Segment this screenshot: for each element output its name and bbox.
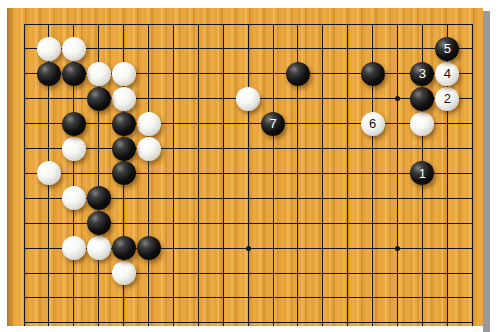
- grid-vline: [472, 24, 473, 326]
- move-number-label: 3: [419, 67, 426, 80]
- stone-white[interactable]: [62, 186, 86, 210]
- move-number-label: 5: [444, 42, 451, 55]
- grid-vline: [397, 24, 398, 326]
- stone-black[interactable]: [87, 211, 111, 235]
- stone-black-move-5[interactable]: 5: [435, 37, 459, 61]
- stone-white[interactable]: [410, 112, 434, 136]
- grid-hline: [24, 24, 473, 25]
- stone-white[interactable]: [62, 37, 86, 61]
- stone-black-move-3[interactable]: 3: [410, 62, 434, 86]
- stone-white[interactable]: [87, 236, 111, 260]
- grid-vline: [173, 24, 174, 326]
- stone-black[interactable]: [286, 62, 310, 86]
- stone-white[interactable]: [62, 137, 86, 161]
- screenshot-root: 1234567: [0, 0, 500, 332]
- stone-white[interactable]: [112, 261, 136, 285]
- move-number-label: 4: [444, 67, 451, 80]
- grid-hline: [24, 297, 473, 298]
- move-number-label: 6: [369, 117, 376, 130]
- grid-hline: [24, 48, 473, 49]
- stone-white[interactable]: [62, 236, 86, 260]
- grid-vline: [248, 24, 249, 326]
- stone-white-move-2[interactable]: 2: [435, 87, 459, 111]
- grid-vline: [148, 24, 149, 326]
- stone-white[interactable]: [236, 87, 260, 111]
- grid-hline: [24, 273, 473, 274]
- grid-vline: [322, 24, 323, 326]
- grid-hline: [24, 148, 473, 149]
- stone-white[interactable]: [137, 137, 161, 161]
- move-number-label: 7: [269, 117, 276, 130]
- stone-white[interactable]: [87, 62, 111, 86]
- grid-vline: [198, 24, 199, 326]
- grid-vline: [24, 24, 25, 326]
- stone-black[interactable]: [62, 112, 86, 136]
- grid-hline: [24, 322, 473, 323]
- stone-white[interactable]: [112, 62, 136, 86]
- stone-white[interactable]: [137, 112, 161, 136]
- stone-black[interactable]: [112, 112, 136, 136]
- star-point: [395, 96, 400, 101]
- stone-black[interactable]: [62, 62, 86, 86]
- stone-black-move-1[interactable]: 1: [410, 161, 434, 185]
- stone-white[interactable]: [37, 161, 61, 185]
- stone-black[interactable]: [112, 161, 136, 185]
- grid-vline: [347, 24, 348, 326]
- grid-vline: [273, 24, 274, 326]
- stone-black[interactable]: [137, 236, 161, 260]
- stone-black-move-7[interactable]: 7: [261, 112, 285, 136]
- star-point: [395, 246, 400, 251]
- move-number-label: 2: [444, 92, 451, 105]
- stone-white-move-6[interactable]: 6: [361, 112, 385, 136]
- star-point: [246, 246, 251, 251]
- move-number-label: 1: [419, 167, 426, 180]
- stone-white[interactable]: [37, 37, 61, 61]
- grid-hline: [24, 123, 473, 124]
- goban[interactable]: 1234567: [7, 8, 483, 326]
- stone-white-move-4[interactable]: 4: [435, 62, 459, 86]
- stone-black[interactable]: [87, 87, 111, 111]
- stone-black[interactable]: [37, 62, 61, 86]
- grid-vline: [223, 24, 224, 326]
- grid-hline: [24, 173, 473, 174]
- board-left-edge-shading: [7, 8, 13, 326]
- stone-black[interactable]: [112, 137, 136, 161]
- stone-black[interactable]: [112, 236, 136, 260]
- stone-white[interactable]: [112, 87, 136, 111]
- board-drop-shadow: [483, 11, 490, 332]
- stone-black[interactable]: [87, 186, 111, 210]
- stone-black[interactable]: [361, 62, 385, 86]
- stone-black[interactable]: [410, 87, 434, 111]
